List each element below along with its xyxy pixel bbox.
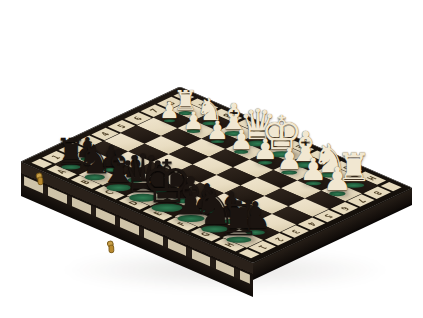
brass-clasp-icon (102, 239, 121, 261)
border-rank-left-7-label: 7 (148, 108, 161, 114)
product-photo-stage: AA88BB77CC66DD55EE44FF33GG22HH11 ♜♟♞♟♝♟♛… (0, 0, 423, 318)
border-file-near-e-label: E (151, 211, 163, 217)
border-rank-left-4-label: 4 (99, 131, 112, 137)
border-rank-right-6-label: 6 (338, 206, 351, 212)
border-rank-left-8-label: 8 (164, 100, 177, 106)
border-rank-right-1-label: 1 (256, 244, 269, 250)
border-rank-right-5-label: 5 (322, 213, 335, 219)
border-file-near-g-label: G (199, 231, 212, 237)
border-rank-left-5-label: 5 (115, 123, 128, 129)
border-rank-left-2-label: 2 (66, 147, 79, 153)
border-rank-left-1-label: 1 (49, 154, 62, 160)
border-rank-right-8-label: 8 (371, 190, 384, 196)
border-file-near-b-label: B (79, 179, 92, 185)
border-rank-right-2-label: 2 (272, 237, 285, 243)
border-rank-left-3-label: 3 (82, 139, 95, 145)
border-file-near-c-label: C (103, 190, 116, 196)
chess-board: AA88BB77CC66DD55EE44FF33GG22HH11 (21, 87, 412, 263)
border-rank-left-6-label: 6 (132, 116, 145, 122)
border-rank-right-7-label: 7 (355, 198, 368, 204)
border-rank-right-3-label: 3 (289, 229, 302, 235)
border-file-near-a-label: A (55, 169, 68, 175)
border-file-near-f-label: F (175, 221, 187, 227)
border-rank-right-4-label: 4 (305, 221, 318, 227)
